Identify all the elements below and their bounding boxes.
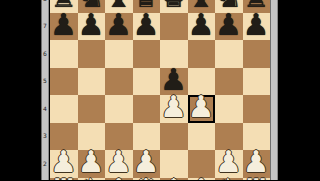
right-board-frame — [270, 0, 278, 180]
square-g4[interactable] — [215, 95, 243, 123]
piece-black-rook: ♜ — [50, 0, 78, 11]
piece-black-bishop: ♝ — [188, 0, 216, 11]
square-b8[interactable]: ♞ — [78, 0, 106, 13]
piece-black-pawn: ♟ — [133, 11, 161, 39]
piece-black-rook: ♜ — [243, 0, 271, 11]
square-g6[interactable] — [215, 40, 243, 68]
piece-black-pawn: ♟ — [160, 66, 188, 94]
square-a2[interactable]: ♟ — [50, 150, 78, 178]
square-h6[interactable] — [243, 40, 271, 68]
square-e6[interactable] — [160, 40, 188, 68]
square-c4[interactable] — [105, 95, 133, 123]
square-f5[interactable] — [188, 68, 216, 96]
square-e5[interactable]: ♟ — [160, 68, 188, 96]
piece-black-pawn: ♟ — [105, 11, 133, 39]
square-c1[interactable]: ♝ — [105, 178, 133, 181]
piece-black-pawn: ♟ — [243, 11, 271, 39]
square-c3[interactable] — [105, 123, 133, 151]
square-b7[interactable]: ♟ — [78, 13, 106, 41]
square-d4[interactable] — [133, 95, 161, 123]
square-d8[interactable]: ♛ — [133, 0, 161, 13]
square-g3[interactable] — [215, 123, 243, 151]
piece-black-pawn: ♟ — [78, 11, 106, 39]
piece-white-pawn: ♟ — [105, 148, 133, 176]
square-c6[interactable] — [105, 40, 133, 68]
square-b6[interactable] — [78, 40, 106, 68]
square-c2[interactable]: ♟ — [105, 150, 133, 178]
piece-black-knight: ♞ — [78, 0, 106, 11]
square-h8[interactable]: ♜ — [243, 0, 271, 13]
square-b3[interactable] — [78, 123, 106, 151]
piece-black-pawn: ♟ — [188, 11, 216, 39]
square-d1[interactable]: ♛ — [133, 178, 161, 181]
square-f3[interactable] — [188, 123, 216, 151]
square-g5[interactable] — [215, 68, 243, 96]
square-g1[interactable]: ♞ — [215, 178, 243, 181]
square-e4[interactable]: ♟ — [160, 95, 188, 123]
square-f7[interactable]: ♟ — [188, 13, 216, 41]
square-a1[interactable]: ♜ — [50, 178, 78, 181]
rank-label-6: 6 — [41, 40, 49, 68]
rank-label-8: 8 — [41, 0, 49, 13]
square-c5[interactable] — [105, 68, 133, 96]
piece-black-pawn: ♟ — [50, 11, 78, 39]
square-h5[interactable] — [243, 68, 271, 96]
square-d7[interactable]: ♟ — [133, 13, 161, 41]
square-b2[interactable]: ♟ — [78, 150, 106, 178]
square-b4[interactable] — [78, 95, 106, 123]
square-e1[interactable]: ♚ — [160, 178, 188, 181]
piece-white-pawn: ♟ — [243, 148, 271, 176]
square-h1[interactable]: ♜ — [243, 178, 271, 181]
piece-black-queen: ♛ — [133, 0, 161, 11]
piece-black-king: ♚ — [160, 0, 188, 11]
square-f6[interactable] — [188, 40, 216, 68]
square-a7[interactable]: ♟ — [50, 13, 78, 41]
square-b1[interactable]: ♞ — [78, 178, 106, 181]
square-h7[interactable]: ♟ — [243, 13, 271, 41]
rank-label-4: 4 — [41, 95, 49, 123]
rank-label-7: 7 — [41, 13, 49, 41]
square-a4[interactable] — [50, 95, 78, 123]
piece-white-pawn: ♟ — [50, 148, 78, 176]
rank-label-1: 1 — [41, 178, 49, 181]
square-f8[interactable]: ♝ — [188, 0, 216, 13]
square-h2[interactable]: ♟ — [243, 150, 271, 178]
square-f2[interactable] — [188, 150, 216, 178]
square-g2[interactable]: ♟ — [215, 150, 243, 178]
piece-white-pawn: ♟ — [188, 93, 216, 121]
square-a6[interactable] — [50, 40, 78, 68]
piece-white-pawn: ♟ — [133, 148, 161, 176]
rank-label-3: 3 — [41, 123, 49, 151]
rank-labels: 87654321 — [41, 0, 49, 180]
square-e2[interactable] — [160, 150, 188, 178]
square-d5[interactable] — [133, 68, 161, 96]
rank-label-2: 2 — [41, 150, 49, 178]
piece-white-pawn: ♟ — [78, 148, 106, 176]
piece-white-pawn: ♟ — [215, 148, 243, 176]
piece-black-knight: ♞ — [215, 0, 243, 11]
square-d6[interactable] — [133, 40, 161, 68]
piece-black-pawn: ♟ — [215, 11, 243, 39]
square-e7[interactable] — [160, 13, 188, 41]
square-g8[interactable]: ♞ — [215, 0, 243, 13]
square-a3[interactable] — [50, 123, 78, 151]
square-e8[interactable]: ♚ — [160, 0, 188, 13]
square-d3[interactable] — [133, 123, 161, 151]
square-f1[interactable]: ♝ — [188, 178, 216, 181]
square-g7[interactable]: ♟ — [215, 13, 243, 41]
piece-black-bishop: ♝ — [105, 0, 133, 11]
square-c8[interactable]: ♝ — [105, 0, 133, 13]
square-a5[interactable] — [50, 68, 78, 96]
square-c7[interactable]: ♟ — [105, 13, 133, 41]
square-b5[interactable] — [78, 68, 106, 96]
rank-label-5: 5 — [41, 68, 49, 96]
chess-board: ♜♞♝♛♚♝♞♜♟♟♟♟♟♟♟♟♟♟♟♟♟♟♟♟♜♞♝♛♚♝♞♜ — [50, 0, 270, 180]
square-d2[interactable]: ♟ — [133, 150, 161, 178]
square-f4[interactable]: ♟ — [188, 95, 216, 123]
chessboard-screenshot: ♜♞♝♛♚♝♞♜♟♟♟♟♟♟♟♟♟♟♟♟♟♟♟♟♜♞♝♛♚♝♞♜ 8765432… — [0, 0, 320, 180]
square-h3[interactable] — [243, 123, 271, 151]
square-a8[interactable]: ♜ — [50, 0, 78, 13]
square-e3[interactable] — [160, 123, 188, 151]
square-h4[interactable] — [243, 95, 271, 123]
piece-white-pawn: ♟ — [160, 93, 188, 121]
